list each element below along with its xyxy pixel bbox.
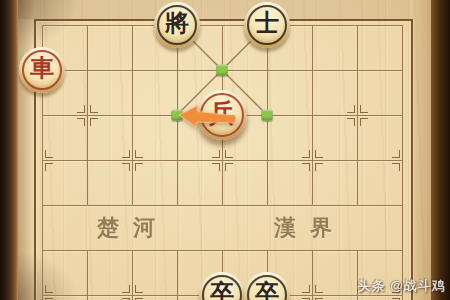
piece-glyph: 將 <box>165 7 189 39</box>
wood-frame-left <box>0 0 18 300</box>
grid-line <box>87 25 88 205</box>
board-grid: 車將士兵卒卒 <box>0 0 450 300</box>
grid-line <box>87 250 88 300</box>
piece-red-soldier[interactable]: 兵 <box>197 90 247 140</box>
position-marker <box>360 118 368 126</box>
position-marker <box>212 163 220 171</box>
position-marker <box>90 118 98 126</box>
piece-black-general[interactable]: 將 <box>154 2 200 48</box>
position-marker <box>347 105 355 113</box>
position-marker <box>45 163 53 171</box>
grid-line <box>357 25 358 205</box>
move-hint-dot[interactable] <box>262 110 273 121</box>
piece-red-chariot[interactable]: 車 <box>19 47 65 93</box>
watermark: 头条 @战斗鸡 <box>358 277 446 295</box>
position-marker <box>225 150 233 158</box>
position-marker <box>45 285 53 293</box>
position-marker <box>392 163 400 171</box>
move-hint-dot[interactable] <box>172 110 183 121</box>
position-marker <box>315 163 323 171</box>
position-marker <box>122 163 130 171</box>
grid-line <box>177 250 178 300</box>
position-marker <box>45 150 53 158</box>
piece-black-soldier[interactable]: 卒 <box>199 272 245 300</box>
piece-glyph: 車 <box>30 52 54 84</box>
grid-line <box>42 205 402 206</box>
piece-black-advisor[interactable]: 士 <box>244 2 290 48</box>
position-marker <box>315 150 323 158</box>
piece-black-soldier[interactable]: 卒 <box>244 272 290 300</box>
piece-glyph: 兵 <box>209 96 235 131</box>
position-marker <box>135 285 143 293</box>
wood-frame-right <box>431 0 450 300</box>
position-marker <box>135 150 143 158</box>
piece-glyph: 士 <box>255 7 279 39</box>
grid-line <box>132 250 133 300</box>
position-marker <box>90 105 98 113</box>
position-marker <box>122 285 130 293</box>
position-marker <box>315 285 323 293</box>
position-marker <box>392 150 400 158</box>
position-marker <box>347 118 355 126</box>
grid-line <box>132 25 133 205</box>
position-marker <box>302 163 310 171</box>
grid-line <box>312 250 313 300</box>
river-label-left: 楚河 <box>97 206 169 250</box>
piece-glyph: 卒 <box>255 277 279 300</box>
grid-line <box>312 25 313 205</box>
position-marker <box>225 163 233 171</box>
river-label-right: 漢界 <box>274 206 346 250</box>
xiangqi-game-screen: 車將士兵卒卒 楚河 漢界 头条 @战斗鸡 <box>0 0 450 300</box>
position-marker <box>212 150 220 158</box>
position-marker <box>77 118 85 126</box>
position-marker <box>77 105 85 113</box>
position-marker <box>360 105 368 113</box>
position-marker <box>302 150 310 158</box>
position-marker <box>135 163 143 171</box>
grid-line <box>402 25 403 300</box>
move-hint-dot[interactable] <box>217 65 228 76</box>
position-marker <box>122 150 130 158</box>
position-marker <box>302 285 310 293</box>
piece-glyph: 卒 <box>210 277 234 300</box>
